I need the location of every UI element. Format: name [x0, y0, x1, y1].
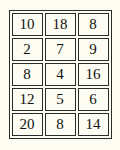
grid-cell-r2c0: 8: [12, 63, 43, 86]
number-grid-board: 10 18 8 2 7 9 8 4 16 12 5 6 20 8 14: [9, 10, 112, 139]
grid-cell-r4c2: 14: [78, 113, 109, 136]
grid-cell-r4c1: 8: [45, 113, 76, 136]
grid-cell-r4c0: 20: [12, 113, 43, 136]
number-grid: 10 18 8 2 7 9 8 4 16 12 5 6 20 8 14: [9, 10, 112, 139]
grid-cell-r3c1: 5: [45, 88, 76, 111]
grid-cell-r0c2: 8: [78, 13, 109, 36]
grid-cell-r0c1: 18: [45, 13, 76, 36]
grid-cell-r2c1: 4: [45, 63, 76, 86]
grid-cell-r2c2: 16: [78, 63, 109, 86]
grid-cell-r1c2: 9: [78, 38, 109, 61]
grid-cell-r3c0: 12: [12, 88, 43, 111]
grid-cell-r1c1: 7: [45, 38, 76, 61]
grid-cell-r0c0: 10: [12, 13, 43, 36]
grid-cell-r3c2: 6: [78, 88, 109, 111]
grid-cell-r1c0: 2: [12, 38, 43, 61]
